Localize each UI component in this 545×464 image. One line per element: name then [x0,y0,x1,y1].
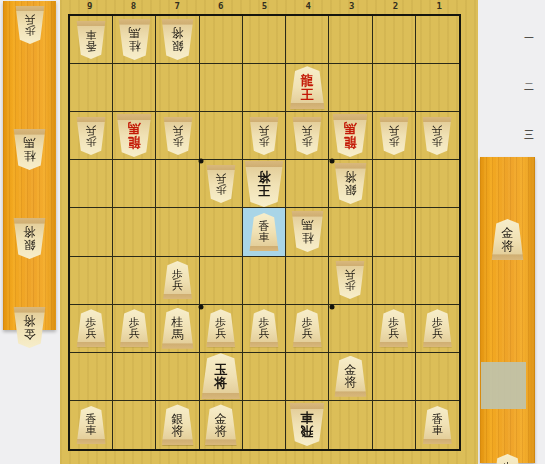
piece-kanji-char: 歩 [24,25,35,36]
piece-sente-pawn[interactable]: 歩兵 [292,309,322,347]
piece-kanji-char: 将 [344,376,356,388]
square-4-4[interactable] [286,160,329,208]
file-coordinate-labels: 987654321 [68,0,461,14]
piece-sente-lance[interactable]: 香車 [249,213,279,251]
square-9-1[interactable]: 香車 [70,16,113,64]
square-7-7[interactable]: 桂馬 [156,305,199,353]
piece-sente-lance[interactable]: 香車 [76,406,106,444]
piece-gote-knight[interactable]: 桂馬 [118,19,151,60]
piece-kanji-char: 将 [502,240,514,252]
piece-kanji-char: 金 [502,227,514,239]
piece-sente-pawn[interactable]: 歩兵 [163,261,193,299]
piece-kanji-char: 将 [172,27,184,39]
piece-kanji-char: 車 [86,28,97,39]
piece-kanji-char: 歩 [302,136,313,147]
square-8-7[interactable]: 歩兵 [113,305,156,353]
star-point [330,305,335,310]
piece-kanji-char: 馬 [344,123,357,136]
square-1-1[interactable] [416,16,459,64]
star-point [330,159,335,164]
square-6-9[interactable]: 金将 [200,401,243,449]
piece-kanji-char: 兵 [129,328,140,339]
square-2-9[interactable] [373,401,416,449]
square-8-9[interactable] [113,401,156,449]
square-8-2[interactable] [113,64,156,112]
piece-gote-rook[interactable]: 飛車 [289,403,325,446]
piece-kanji-char: 歩 [432,136,443,147]
square-3-5[interactable] [329,208,372,256]
piece-kanji-char: 銀 [344,184,356,196]
file-label-6: 6 [199,0,243,14]
piece-kanji-char: 将 [24,315,36,327]
square-4-8[interactable] [286,353,329,401]
square-5-1[interactable] [243,16,286,64]
piece-kanji-char: 兵 [24,14,35,25]
piece-kanji-char: 馬 [172,328,184,340]
square-7-6[interactable]: 歩兵 [156,257,199,305]
piece-kanji-char: 龍 [301,74,314,87]
square-5-4[interactable]: 王将 [243,160,286,208]
square-2-6[interactable] [373,257,416,305]
square-3-6[interactable]: 歩兵 [329,257,372,305]
piece-sente-gold[interactable]: 金将 [334,356,367,397]
square-9-2[interactable] [70,64,113,112]
piece-kanji-char: 兵 [86,328,97,339]
square-3-8[interactable]: 金将 [329,353,372,401]
square-9-6[interactable] [70,257,113,305]
piece-gote-pawn[interactable]: 歩兵 [379,117,409,155]
piece-gote-king[interactable]: 王将 [244,161,284,207]
piece-kanji-char: 兵 [172,125,183,136]
piece-sente-pawn[interactable]: 歩兵 [249,309,279,347]
square-9-4[interactable] [70,160,113,208]
square-1-2[interactable] [416,64,459,112]
piece-kanji-char: 馬 [128,27,140,39]
square-1-3[interactable]: 歩兵 [416,112,459,160]
square-4-6[interactable] [286,257,329,305]
square-4-2[interactable]: 龍王 [286,64,329,112]
piece-sente-pawn[interactable]: 歩兵 [422,309,452,347]
square-7-5[interactable] [156,208,199,256]
piece-kanji-char: 将 [24,226,36,238]
rank-label-3: 三 [521,111,537,160]
square-8-6[interactable] [113,257,156,305]
square-2-5[interactable] [373,208,416,256]
star-point [199,305,204,310]
square-2-7[interactable]: 歩兵 [373,305,416,353]
piece-kanji-char: 兵 [86,125,97,136]
piece-sente-knight[interactable]: 桂馬 [161,308,194,349]
piece-kanji-char: 香 [86,40,97,51]
piece-sente-pawn[interactable]: 歩兵 [76,309,106,347]
square-3-7[interactable] [329,305,372,353]
square-9-7[interactable]: 歩兵 [70,305,113,353]
piece-kanji-char: 桂 [128,40,140,52]
piece-sente-pawn[interactable]: 歩兵 [206,309,236,347]
piece-kanji-char: 龍 [344,136,357,149]
komadai-gote-captured-tray: 歩兵桂馬銀将金将 [3,1,56,330]
square-7-1[interactable]: 銀将 [156,16,199,64]
piece-kanji-char: 兵 [258,125,269,136]
piece-kanji-char: 龍 [128,136,141,149]
square-6-8[interactable]: 玉将 [200,353,243,401]
piece-kanji-char: 玉 [214,363,227,376]
file-label-2: 2 [374,0,418,14]
piece-gote-pawn[interactable]: 歩兵 [206,165,236,203]
file-label-1: 1 [417,0,461,14]
square-2-8[interactable] [373,353,416,401]
square-5-8[interactable] [243,353,286,401]
square-4-3[interactable]: 歩兵 [286,112,329,160]
square-1-4[interactable] [416,160,459,208]
piece-kanji-char: 兵 [432,328,443,339]
square-9-9[interactable]: 香車 [70,401,113,449]
piece-kanji-char: 歩 [388,136,399,147]
piece-kanji-char: 兵 [432,125,443,136]
file-label-8: 8 [112,0,156,14]
square-5-6[interactable] [243,257,286,305]
square-3-2[interactable] [329,64,372,112]
square-2-4[interactable] [373,160,416,208]
square-7-3[interactable]: 歩兵 [156,112,199,160]
piece-kanji-char: 兵 [302,328,313,339]
piece-gote-knight[interactable]: 桂馬 [291,211,324,252]
piece-kanji-char: 桂 [301,232,313,244]
square-3-1[interactable] [329,16,372,64]
piece-gote-pawn[interactable]: 歩兵 [422,117,452,155]
piece-sente-pawn[interactable]: 歩兵 [379,309,409,347]
square-5-3[interactable]: 歩兵 [243,112,286,160]
board-grid: 香車桂馬銀将龍王歩兵龍馬歩兵歩兵歩兵龍馬歩兵歩兵歩兵王将銀将香車桂馬歩兵歩兵歩兵… [68,14,461,451]
square-2-1[interactable] [373,16,416,64]
square-8-8[interactable] [113,353,156,401]
piece-kanji-char: 銀 [172,40,184,52]
piece-gote-lance[interactable]: 香車 [76,21,106,59]
piece-kanji-char: 馬 [24,137,36,149]
piece-sente-king[interactable]: 玉将 [201,353,241,399]
piece-gote-gold[interactable]: 金将 [13,307,46,348]
piece-kanji-char: 歩 [172,136,183,147]
piece-kanji-char: 将 [215,425,227,437]
piece-kanji-char: 将 [172,425,184,437]
piece-gote-pawn[interactable]: 歩兵 [249,117,279,155]
square-7-9[interactable]: 銀将 [156,401,199,449]
piece-gote-silver[interactable]: 銀将 [161,19,194,60]
square-3-9[interactable] [329,401,372,449]
piece-kanji-char: 金 [24,328,36,340]
square-5-7[interactable]: 歩兵 [243,305,286,353]
rank-label-1: 一 [521,14,537,63]
piece-gote-horse[interactable]: 龍馬 [116,114,152,157]
piece-kanji-char: 桂 [24,150,36,162]
file-label-9: 9 [68,0,112,14]
square-6-7[interactable]: 歩兵 [200,305,243,353]
piece-kanji-char: 将 [214,376,227,389]
piece-kanji-char: 将 [344,172,356,184]
piece-kanji-char: 歩 [345,280,356,291]
piece-kanji-char: 馬 [301,220,313,232]
square-8-4[interactable] [113,160,156,208]
square-9-8[interactable] [70,353,113,401]
piece-kanji-char: 銀 [24,239,36,251]
komadai-sente-captured-tray: 金将歩兵 [480,157,535,463]
piece-kanji-char: 兵 [258,328,269,339]
square-5-9[interactable] [243,401,286,449]
piece-gote-pawn[interactable]: 歩兵 [15,6,45,44]
piece-kanji-char: 馬 [128,123,141,136]
square-9-5[interactable] [70,208,113,256]
shogi-board-panel: 987654321 一二三四五六七八九 香車桂馬銀将龍王歩兵龍馬歩兵歩兵歩兵龍馬… [60,0,478,464]
piece-kanji-char: 兵 [215,173,226,184]
piece-gote-pawn[interactable]: 歩兵 [76,117,106,155]
piece-sente-lance[interactable]: 香車 [422,406,452,444]
square-6-1[interactable] [200,16,243,64]
square-8-1[interactable]: 桂馬 [113,16,156,64]
square-2-2[interactable] [373,64,416,112]
square-2-3[interactable]: 歩兵 [373,112,416,160]
square-4-1[interactable] [286,16,329,64]
square-4-7[interactable]: 歩兵 [286,305,329,353]
piece-kanji-char: 将 [257,171,270,184]
piece-gote-silver[interactable]: 銀将 [334,163,367,204]
square-5-5[interactable]: 香車 [243,208,286,256]
piece-kanji-char: 兵 [388,125,399,136]
piece-sente-pawn[interactable]: 歩兵 [119,309,149,347]
square-6-2[interactable] [200,64,243,112]
piece-gote-horse[interactable]: 龍馬 [332,114,368,157]
square-8-5[interactable] [113,208,156,256]
star-point [199,159,204,164]
square-1-8[interactable] [416,353,459,401]
piece-sente-pawn[interactable]: 歩兵 [493,454,523,464]
piece-kanji-char: 飛 [301,425,314,438]
piece-sente-gold[interactable]: 金将 [491,219,524,260]
hand-empty-slot-highlight [481,362,526,409]
piece-kanji-char: 兵 [172,280,183,291]
square-1-5[interactable] [416,208,459,256]
file-label-7: 7 [155,0,199,14]
piece-kanji-char: 王 [257,184,270,197]
piece-kanji-char: 王 [301,88,314,101]
square-7-8[interactable] [156,353,199,401]
square-1-7[interactable]: 歩兵 [416,305,459,353]
file-label-3: 3 [330,0,374,14]
piece-gote-pawn[interactable]: 歩兵 [292,117,322,155]
square-7-2[interactable] [156,64,199,112]
square-4-5[interactable]: 桂馬 [286,208,329,256]
square-6-6[interactable] [200,257,243,305]
piece-gote-silver[interactable]: 銀将 [13,218,46,259]
piece-kanji-char: 兵 [345,269,356,280]
piece-kanji-char: 歩 [215,184,226,195]
file-label-5: 5 [243,0,287,14]
square-7-4[interactable] [156,160,199,208]
square-6-3[interactable] [200,112,243,160]
piece-sente-dragon[interactable]: 龍王 [289,66,325,109]
piece-kanji-char: 兵 [302,125,313,136]
piece-kanji-char: 車 [432,425,443,436]
piece-gote-pawn[interactable]: 歩兵 [163,117,193,155]
square-8-3[interactable]: 龍馬 [113,112,156,160]
square-6-5[interactable] [200,208,243,256]
piece-gote-knight[interactable]: 桂馬 [13,129,46,170]
piece-sente-silver[interactable]: 銀将 [161,404,194,445]
square-1-6[interactable] [416,257,459,305]
square-3-4[interactable]: 銀将 [329,160,372,208]
piece-kanji-char: 歩 [86,136,97,147]
square-1-9[interactable]: 香車 [416,401,459,449]
piece-kanji-char: 車 [258,232,269,243]
piece-kanji-char: 歩 [258,136,269,147]
square-5-2[interactable] [243,64,286,112]
piece-sente-gold[interactable]: 金将 [204,404,237,445]
piece-kanji-char: 兵 [388,328,399,339]
piece-kanji-char: 兵 [215,328,226,339]
square-3-3[interactable]: 龍馬 [329,112,372,160]
square-6-4[interactable]: 歩兵 [200,160,243,208]
piece-kanji-char: 車 [301,412,314,425]
file-label-4: 4 [286,0,330,14]
square-4-9[interactable]: 飛車 [286,401,329,449]
piece-gote-pawn[interactable]: 歩兵 [335,261,365,299]
piece-kanji-char: 車 [86,425,97,436]
rank-label-2: 二 [521,63,537,112]
square-9-3[interactable]: 歩兵 [70,112,113,160]
